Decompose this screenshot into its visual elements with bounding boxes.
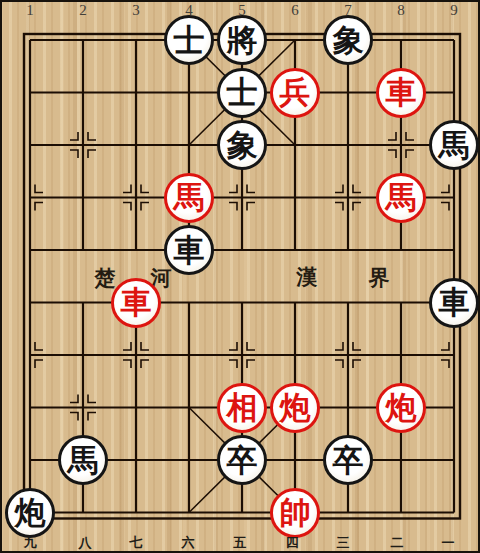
- board-cell[interactable]: 車: [375, 66, 428, 119]
- file-label-bottom: 一: [442, 534, 455, 552]
- board-cell[interactable]: [216, 171, 269, 224]
- board-cell[interactable]: [269, 329, 322, 382]
- piece-black-elephant[interactable]: 象: [217, 120, 267, 170]
- piece-black-advisor[interactable]: 士: [217, 68, 267, 118]
- board-cell[interactable]: [375, 434, 428, 487]
- board-cell[interactable]: [4, 66, 57, 119]
- board-cell[interactable]: [428, 434, 480, 487]
- board-cell[interactable]: [322, 329, 375, 382]
- board-cell[interactable]: [57, 381, 110, 434]
- board-cell[interactable]: 馬: [428, 119, 480, 172]
- board-cell[interactable]: [375, 486, 428, 539]
- board-cell[interactable]: 炮: [375, 381, 428, 434]
- board-cell[interactable]: [428, 171, 480, 224]
- piece-black-soldier[interactable]: 卒: [217, 435, 267, 485]
- board-cell[interactable]: [4, 329, 57, 382]
- board-cell[interactable]: 士: [163, 14, 216, 67]
- board-cell[interactable]: [110, 66, 163, 119]
- board-cell[interactable]: 車: [110, 276, 163, 329]
- board-cell[interactable]: 士: [216, 66, 269, 119]
- board-cell[interactable]: [428, 486, 480, 539]
- file-label-bottom: 三: [337, 534, 350, 552]
- board-cell[interactable]: [322, 66, 375, 119]
- piece-black-general[interactable]: 將: [217, 15, 267, 65]
- board-cell[interactable]: [57, 66, 110, 119]
- board-cell[interactable]: [269, 119, 322, 172]
- piece-black-horse[interactable]: 馬: [58, 435, 108, 485]
- board-cell[interactable]: [163, 381, 216, 434]
- board-cell[interactable]: [110, 434, 163, 487]
- piece-red-general[interactable]: 帥: [270, 488, 320, 538]
- board-cell[interactable]: [375, 224, 428, 277]
- board-cell[interactable]: [57, 119, 110, 172]
- board-cell[interactable]: [4, 14, 57, 67]
- board-cell[interactable]: [216, 224, 269, 277]
- piece-red-horse[interactable]: 馬: [164, 173, 214, 223]
- piece-red-soldier[interactable]: 兵: [270, 68, 320, 118]
- board-cell[interactable]: 象: [216, 119, 269, 172]
- board-cell[interactable]: [428, 381, 480, 434]
- board-cell[interactable]: [163, 329, 216, 382]
- board-cell[interactable]: [4, 381, 57, 434]
- board-cell[interactable]: [375, 14, 428, 67]
- board-cell[interactable]: [322, 224, 375, 277]
- board-cell[interactable]: 卒: [216, 434, 269, 487]
- board-cell[interactable]: [269, 171, 322, 224]
- board-cell[interactable]: 馬: [375, 171, 428, 224]
- board-cell[interactable]: [110, 329, 163, 382]
- file-label-bottom: 六: [182, 534, 195, 552]
- board-cell[interactable]: 象: [322, 14, 375, 67]
- board-cell[interactable]: 兵: [269, 66, 322, 119]
- board-cell[interactable]: 車: [163, 224, 216, 277]
- board-cell[interactable]: [269, 14, 322, 67]
- board-cell[interactable]: [4, 171, 57, 224]
- board-cell[interactable]: [163, 486, 216, 539]
- piece-black-horse[interactable]: 馬: [429, 120, 479, 170]
- board-cell[interactable]: [163, 276, 216, 329]
- board-cell[interactable]: [4, 224, 57, 277]
- file-label-bottom: 八: [79, 534, 92, 552]
- board-cell[interactable]: [57, 224, 110, 277]
- board-cell[interactable]: 卒: [322, 434, 375, 487]
- board-cell[interactable]: [322, 381, 375, 434]
- board-cell[interactable]: [4, 119, 57, 172]
- piece-red-elephant[interactable]: 相: [217, 383, 267, 433]
- board-cell[interactable]: [322, 119, 375, 172]
- board-cell[interactable]: [322, 276, 375, 329]
- board-cell[interactable]: [163, 66, 216, 119]
- board-cell[interactable]: [57, 276, 110, 329]
- board-cell[interactable]: [428, 66, 480, 119]
- board-cell[interactable]: [216, 486, 269, 539]
- board-cell[interactable]: [4, 276, 57, 329]
- file-label-bottom: 四: [286, 534, 299, 552]
- board-cell[interactable]: [4, 434, 57, 487]
- board-cell[interactable]: 帥: [269, 486, 322, 539]
- board-cell[interactable]: 炮: [4, 486, 57, 539]
- board-cell[interactable]: 相: [216, 381, 269, 434]
- board-cell[interactable]: [57, 14, 110, 67]
- board-intersections: 士將象士兵車象馬馬馬車車車相炮炮馬卒卒炮帥: [4, 14, 480, 539]
- board-cell[interactable]: 馬: [57, 434, 110, 487]
- piece-black-soldier[interactable]: 卒: [323, 435, 373, 485]
- board-cell[interactable]: 馬: [163, 171, 216, 224]
- piece-red-horse[interactable]: 馬: [376, 173, 426, 223]
- board-cell[interactable]: [110, 486, 163, 539]
- board-cell[interactable]: [375, 329, 428, 382]
- file-label-bottom: 九: [24, 534, 37, 552]
- piece-red-cannon[interactable]: 炮: [376, 383, 426, 433]
- board-cell[interactable]: [269, 224, 322, 277]
- board-cell[interactable]: [110, 171, 163, 224]
- piece-black-chariot[interactable]: 車: [164, 225, 214, 275]
- board-cell[interactable]: [322, 171, 375, 224]
- piece-black-elephant[interactable]: 象: [323, 15, 373, 65]
- board-cell[interactable]: [110, 224, 163, 277]
- board-cell[interactable]: [322, 486, 375, 539]
- board-cell[interactable]: 炮: [269, 381, 322, 434]
- board-cell[interactable]: [163, 119, 216, 172]
- board-cell[interactable]: [269, 276, 322, 329]
- board-cell[interactable]: [57, 486, 110, 539]
- piece-black-chariot[interactable]: 車: [429, 278, 479, 328]
- board-cell[interactable]: [216, 329, 269, 382]
- board-cell[interactable]: [57, 329, 110, 382]
- board-cell[interactable]: [216, 276, 269, 329]
- board-cell[interactable]: [428, 224, 480, 277]
- piece-red-chariot[interactable]: 車: [376, 68, 426, 118]
- board-cell[interactable]: [375, 119, 428, 172]
- piece-red-cannon[interactable]: 炮: [270, 383, 320, 433]
- board-cell[interactable]: 車: [428, 276, 480, 329]
- board-cell[interactable]: [163, 434, 216, 487]
- board-cell[interactable]: [110, 119, 163, 172]
- file-label-bottom: 七: [130, 534, 143, 552]
- board-cell[interactable]: 將: [216, 14, 269, 67]
- piece-red-chariot[interactable]: 車: [111, 278, 161, 328]
- board-cell[interactable]: [57, 171, 110, 224]
- board-cell[interactable]: [269, 434, 322, 487]
- board-cell[interactable]: [428, 329, 480, 382]
- piece-black-advisor[interactable]: 士: [164, 15, 214, 65]
- file-label-bottom: 二: [391, 534, 404, 552]
- xiangqi-board: 1 2 3 4 5 6 7 8 9 楚 河 漢 界 士將象士兵車象馬馬馬車車車相…: [0, 0, 480, 553]
- board-cell[interactable]: [428, 14, 480, 67]
- file-label-bottom: 五: [234, 534, 247, 552]
- piece-black-cannon[interactable]: 炮: [5, 488, 55, 538]
- board-cell[interactable]: [375, 276, 428, 329]
- board-cell[interactable]: [110, 381, 163, 434]
- board-cell[interactable]: [110, 14, 163, 67]
